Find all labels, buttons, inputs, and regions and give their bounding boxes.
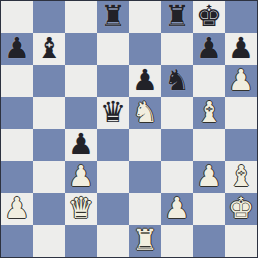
square-f7[interactable] [161, 33, 193, 65]
square-a6[interactable] [1, 65, 33, 97]
black-rook: ♜ [100, 1, 126, 32]
square-c1[interactable] [65, 225, 97, 257]
white-king: ♚ [228, 193, 254, 224]
white-pawn: ♟ [196, 161, 222, 192]
board-grid: ♜♜♚♟♝♟♟♟♞♟♛♞♝♟♟♟♝♟♛♟♚♜ [1, 1, 257, 257]
square-e1[interactable]: ♜ [129, 225, 161, 257]
square-b5[interactable] [33, 97, 65, 129]
square-a5[interactable] [1, 97, 33, 129]
square-d4[interactable] [97, 129, 129, 161]
square-g4[interactable] [193, 129, 225, 161]
square-c6[interactable] [65, 65, 97, 97]
black-king: ♚ [196, 1, 222, 32]
white-bishop: ♝ [228, 161, 254, 192]
square-a8[interactable] [1, 1, 33, 33]
square-c7[interactable] [65, 33, 97, 65]
white-knight: ♞ [132, 97, 158, 128]
square-b7[interactable]: ♝ [33, 33, 65, 65]
black-pawn: ♟ [228, 33, 254, 64]
square-d7[interactable] [97, 33, 129, 65]
square-c3[interactable]: ♟ [65, 161, 97, 193]
square-b3[interactable] [33, 161, 65, 193]
black-queen: ♛ [100, 97, 126, 128]
square-a2[interactable]: ♟ [1, 193, 33, 225]
square-a7[interactable]: ♟ [1, 33, 33, 65]
chess-board: ♜♜♚♟♝♟♟♟♞♟♛♞♝♟♟♟♝♟♛♟♚♜ [0, 0, 258, 258]
white-bishop: ♝ [196, 97, 222, 128]
square-e8[interactable] [129, 1, 161, 33]
square-h4[interactable] [225, 129, 257, 161]
square-f4[interactable] [161, 129, 193, 161]
square-h1[interactable] [225, 225, 257, 257]
square-c2[interactable]: ♛ [65, 193, 97, 225]
square-a4[interactable] [1, 129, 33, 161]
square-h7[interactable]: ♟ [225, 33, 257, 65]
square-c4[interactable]: ♟ [65, 129, 97, 161]
black-bishop: ♝ [36, 33, 62, 64]
black-pawn: ♟ [132, 65, 158, 96]
white-pawn: ♟ [4, 193, 30, 224]
square-h2[interactable]: ♚ [225, 193, 257, 225]
white-pawn: ♟ [228, 65, 254, 96]
square-c8[interactable] [65, 1, 97, 33]
square-g6[interactable] [193, 65, 225, 97]
square-d6[interactable] [97, 65, 129, 97]
square-b6[interactable] [33, 65, 65, 97]
square-e4[interactable] [129, 129, 161, 161]
black-knight: ♞ [164, 65, 190, 96]
white-pawn: ♟ [164, 193, 190, 224]
square-d2[interactable] [97, 193, 129, 225]
square-f2[interactable]: ♟ [161, 193, 193, 225]
square-e7[interactable] [129, 33, 161, 65]
square-d8[interactable]: ♜ [97, 1, 129, 33]
square-b4[interactable] [33, 129, 65, 161]
square-f1[interactable] [161, 225, 193, 257]
square-g1[interactable] [193, 225, 225, 257]
square-f5[interactable] [161, 97, 193, 129]
square-d3[interactable] [97, 161, 129, 193]
black-pawn: ♟ [4, 33, 30, 64]
square-e2[interactable] [129, 193, 161, 225]
square-f8[interactable]: ♜ [161, 1, 193, 33]
black-pawn: ♟ [196, 33, 222, 64]
square-g2[interactable] [193, 193, 225, 225]
square-g3[interactable]: ♟ [193, 161, 225, 193]
square-b1[interactable] [33, 225, 65, 257]
white-queen: ♛ [68, 193, 94, 224]
square-d1[interactable] [97, 225, 129, 257]
square-c5[interactable] [65, 97, 97, 129]
white-rook: ♜ [132, 225, 158, 256]
square-a3[interactable] [1, 161, 33, 193]
white-pawn: ♟ [68, 161, 94, 192]
square-h5[interactable] [225, 97, 257, 129]
square-g7[interactable]: ♟ [193, 33, 225, 65]
square-g5[interactable]: ♝ [193, 97, 225, 129]
square-e6[interactable]: ♟ [129, 65, 161, 97]
square-f3[interactable] [161, 161, 193, 193]
square-a1[interactable] [1, 225, 33, 257]
square-e3[interactable] [129, 161, 161, 193]
square-g8[interactable]: ♚ [193, 1, 225, 33]
square-d5[interactable]: ♛ [97, 97, 129, 129]
square-b2[interactable] [33, 193, 65, 225]
square-e5[interactable]: ♞ [129, 97, 161, 129]
black-rook: ♜ [164, 1, 190, 32]
square-h8[interactable] [225, 1, 257, 33]
black-pawn: ♟ [68, 129, 94, 160]
square-f6[interactable]: ♞ [161, 65, 193, 97]
square-b8[interactable] [33, 1, 65, 33]
square-h6[interactable]: ♟ [225, 65, 257, 97]
square-h3[interactable]: ♝ [225, 161, 257, 193]
